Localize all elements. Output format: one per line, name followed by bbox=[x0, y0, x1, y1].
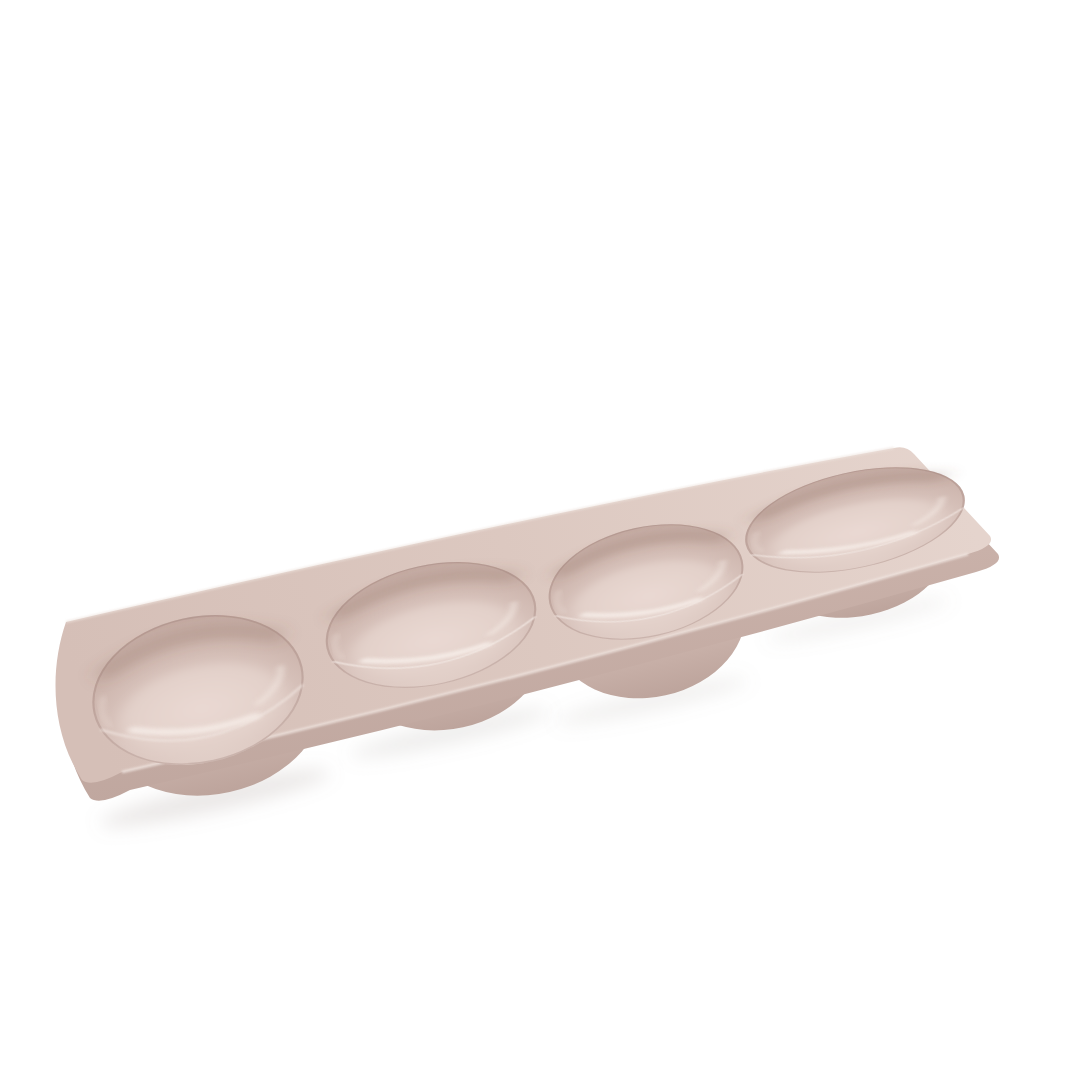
product-photo-stage: Empty four-cavity oblong tray in pale pi… bbox=[0, 0, 1080, 1080]
tray-photo bbox=[0, 0, 1080, 1080]
